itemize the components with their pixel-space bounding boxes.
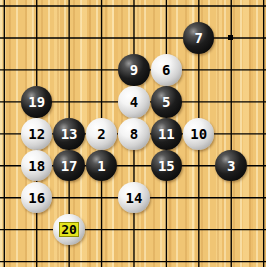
intersection-c4r4[interactable]: [85, 86, 117, 118]
stone-white-4: 4: [118, 86, 150, 118]
intersection-c5r3[interactable]: 9: [118, 54, 150, 86]
intersection-c8r4[interactable]: [215, 86, 247, 118]
intersection-c3r1[interactable]: [53, 0, 85, 22]
intersection-c3r9[interactable]: [53, 246, 85, 267]
move-number: 5: [162, 95, 170, 109]
move-number: 6: [162, 63, 170, 77]
intersection-c2r5[interactable]: 12: [21, 118, 53, 150]
intersection-c1r7[interactable]: [0, 182, 21, 214]
intersection-c4r6[interactable]: 1: [85, 150, 117, 182]
move-number: 17: [61, 159, 78, 173]
intersection-c3r5[interactable]: 13: [53, 118, 85, 150]
intersection-c7r2[interactable]: 7: [183, 22, 215, 54]
intersection-c6r1[interactable]: [150, 0, 182, 22]
stone-white-2: 2: [86, 118, 118, 150]
intersection-c6r8[interactable]: [150, 214, 182, 246]
intersection-c1r1[interactable]: [0, 0, 21, 22]
intersection-c7r3[interactable]: [183, 54, 215, 86]
stone-white-6: 6: [151, 54, 183, 86]
move-number: 16: [28, 191, 45, 205]
intersection-c2r4[interactable]: 19: [21, 86, 53, 118]
move-number: 9: [130, 63, 138, 77]
intersection-c4r8[interactable]: [85, 214, 117, 246]
intersection-c4r9[interactable]: [85, 246, 117, 267]
intersection-c2r6[interactable]: 18: [21, 150, 53, 182]
intersection-c2r2[interactable]: [21, 22, 53, 54]
last-move-number: 20: [59, 222, 79, 237]
go-board-diagram: 7961945121328111018171153161420: [0, 0, 266, 267]
stone-black-11: 11: [151, 118, 183, 150]
intersection-c2r3[interactable]: [21, 54, 53, 86]
intersection-c9r3[interactable]: [247, 54, 266, 86]
stone-black-5: 5: [151, 86, 183, 118]
move-number: 10: [190, 127, 207, 141]
intersection-c6r3[interactable]: 6: [150, 54, 182, 86]
intersection-c7r8[interactable]: [183, 214, 215, 246]
intersection-c8r3[interactable]: [215, 54, 247, 86]
stone-white-8: 8: [118, 118, 150, 150]
intersection-c6r6[interactable]: 15: [150, 150, 182, 182]
move-number: 15: [158, 159, 175, 173]
stone-white-20: 20: [53, 214, 85, 246]
intersection-c9r1[interactable]: [247, 0, 266, 22]
stone-black-19: 19: [21, 86, 53, 118]
intersection-c9r2[interactable]: [247, 22, 266, 54]
intersection-c5r8[interactable]: [118, 214, 150, 246]
stone-white-16: 16: [21, 182, 53, 214]
intersection-c7r9[interactable]: [183, 246, 215, 267]
intersection-c1r9[interactable]: [0, 246, 21, 267]
intersection-c9r5[interactable]: [247, 118, 266, 150]
intersection-c4r2[interactable]: [85, 22, 117, 54]
intersection-c5r5[interactable]: 8: [118, 118, 150, 150]
move-number: 14: [125, 191, 142, 205]
intersection-c3r6[interactable]: 17: [53, 150, 85, 182]
intersection-c3r8[interactable]: 20: [53, 214, 85, 246]
stone-black-7: 7: [183, 22, 215, 54]
intersection-c5r9[interactable]: [118, 246, 150, 267]
stone-black-1: 1: [86, 150, 118, 182]
intersection-c5r2[interactable]: [118, 22, 150, 54]
intersection-c4r5[interactable]: 2: [85, 118, 117, 150]
intersection-c5r1[interactable]: [118, 0, 150, 22]
move-number: 18: [28, 159, 45, 173]
stone-black-9: 9: [118, 54, 150, 86]
move-number: 1: [97, 159, 105, 173]
intersection-c8r7[interactable]: [215, 182, 247, 214]
intersection-c7r6[interactable]: [183, 150, 215, 182]
intersection-c9r9[interactable]: [247, 246, 266, 267]
stone-white-14: 14: [118, 182, 150, 214]
intersection-c5r6[interactable]: [118, 150, 150, 182]
move-number: 3: [227, 159, 235, 173]
move-number: 11: [158, 127, 175, 141]
intersection-c8r1[interactable]: [215, 0, 247, 22]
stone-white-12: 12: [21, 118, 53, 150]
move-number: 7: [195, 31, 203, 45]
intersection-c1r2[interactable]: [0, 22, 21, 54]
stone-white-10: 10: [183, 118, 215, 150]
intersection-c9r6[interactable]: [247, 150, 266, 182]
stone-white-18: 18: [21, 150, 53, 182]
intersection-c6r7[interactable]: [150, 182, 182, 214]
intersection-c3r7[interactable]: [53, 182, 85, 214]
intersection-c6r5[interactable]: 11: [150, 118, 182, 150]
intersection-c2r7[interactable]: 16: [21, 182, 53, 214]
intersection-c7r1[interactable]: [183, 0, 215, 22]
intersection-c3r3[interactable]: [53, 54, 85, 86]
intersection-c5r7[interactable]: 14: [118, 182, 150, 214]
intersection-c1r3[interactable]: [0, 54, 21, 86]
intersection-c7r5[interactable]: 10: [183, 118, 215, 150]
intersection-c6r4[interactable]: 5: [150, 86, 182, 118]
intersection-c9r7[interactable]: [247, 182, 266, 214]
move-number: 4: [130, 95, 138, 109]
move-number: 13: [61, 127, 78, 141]
intersection-c6r9[interactable]: [150, 246, 182, 267]
move-number: 2: [97, 127, 105, 141]
stone-black-13: 13: [53, 118, 85, 150]
intersection-c1r4[interactable]: [0, 86, 21, 118]
intersection-c3r2[interactable]: [53, 22, 85, 54]
move-number: 12: [28, 127, 45, 141]
intersection-c9r4[interactable]: [247, 86, 266, 118]
intersection-c1r6[interactable]: [0, 150, 21, 182]
intersection-c8r6[interactable]: 3: [215, 150, 247, 182]
stone-black-15: 15: [151, 150, 183, 182]
intersection-c2r8[interactable]: [21, 214, 53, 246]
intersection-c1r8[interactable]: [0, 214, 21, 246]
intersection-c6r2[interactable]: [150, 22, 182, 54]
intersection-c2r1[interactable]: [21, 0, 53, 22]
intersection-c1r5[interactable]: [0, 118, 21, 150]
intersection-c8r5[interactable]: [215, 118, 247, 150]
stone-black-17: 17: [53, 150, 85, 182]
stone-black-3: 3: [215, 150, 247, 182]
intersection-c7r7[interactable]: [183, 182, 215, 214]
intersection-c4r7[interactable]: [85, 182, 117, 214]
intersection-c8r9[interactable]: [215, 246, 247, 267]
intersection-c2r9[interactable]: [21, 246, 53, 267]
move-number: 19: [28, 95, 45, 109]
intersection-c4r1[interactable]: [85, 0, 117, 22]
intersection-c3r4[interactable]: [53, 86, 85, 118]
intersection-c4r3[interactable]: [85, 54, 117, 86]
intersection-c9r8[interactable]: [247, 214, 266, 246]
board-grid: 7961945121328111018171153161420: [0, 0, 266, 267]
intersection-c8r2[interactable]: [215, 22, 247, 54]
intersection-c5r4[interactable]: 4: [118, 86, 150, 118]
intersection-c8r8[interactable]: [215, 214, 247, 246]
intersection-c7r4[interactable]: [183, 86, 215, 118]
move-number: 8: [130, 127, 138, 141]
